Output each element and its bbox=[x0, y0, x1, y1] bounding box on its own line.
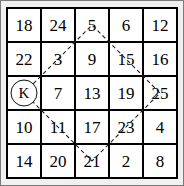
board-grid: 1824561222391516K71319251011172341420212… bbox=[6, 7, 178, 179]
cell-r2c2: 3 bbox=[42, 43, 74, 75]
cell-r4c4: 23 bbox=[110, 111, 142, 143]
cell-r2c1: 22 bbox=[8, 43, 40, 75]
cell-r3c4: 19 bbox=[110, 77, 142, 109]
board: 1824561222391516K71319251011172341420212… bbox=[6, 7, 178, 179]
cell-r1c2: 24 bbox=[42, 9, 74, 41]
start-cell: K bbox=[8, 77, 40, 109]
cell-r4c1: 10 bbox=[8, 111, 40, 143]
cell-r1c4: 6 bbox=[110, 9, 142, 41]
cell-r3c3: 13 bbox=[76, 77, 108, 109]
cell-r4c5: 4 bbox=[144, 111, 176, 143]
cell-r5c2: 20 bbox=[42, 145, 74, 177]
cell-r1c1: 18 bbox=[8, 9, 40, 41]
cell-r3c2: 7 bbox=[42, 77, 74, 109]
cell-r5c3: 21 bbox=[76, 145, 108, 177]
cell-r2c5: 16 bbox=[144, 43, 176, 75]
cell-r4c2: 11 bbox=[42, 111, 74, 143]
cell-r5c5: 8 bbox=[144, 145, 176, 177]
cell-r5c1: 14 bbox=[8, 145, 40, 177]
magic-square-diagram: 1824561222391516K71319251011172341420212… bbox=[0, 0, 184, 186]
cell-r2c3: 9 bbox=[76, 43, 108, 75]
cell-r1c3: 5 bbox=[76, 9, 108, 41]
cell-r1c5: 12 bbox=[144, 9, 176, 41]
cell-r2c4: 15 bbox=[110, 43, 142, 75]
cell-r4c3: 17 bbox=[76, 111, 108, 143]
cell-r5c4: 2 bbox=[110, 145, 142, 177]
cell-r3c5: 25 bbox=[144, 77, 176, 109]
